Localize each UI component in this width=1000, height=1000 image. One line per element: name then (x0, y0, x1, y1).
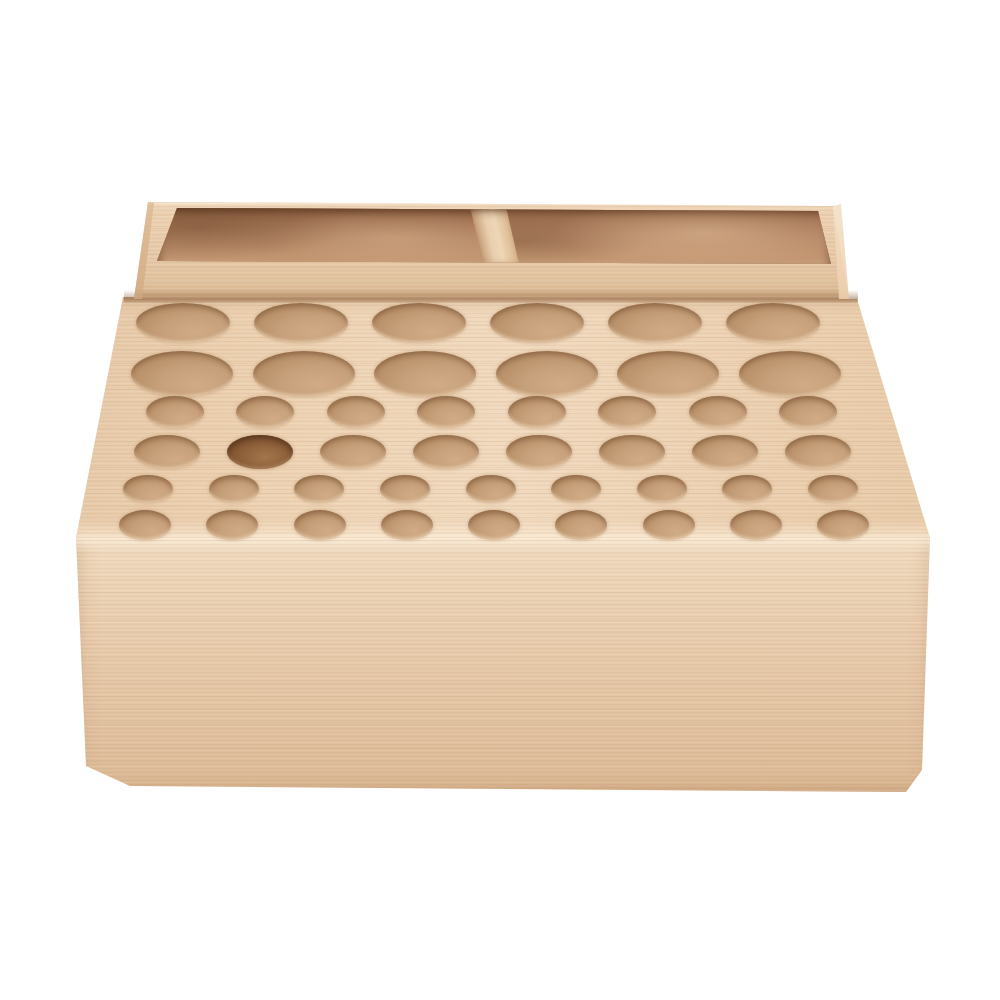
front-face (76, 538, 930, 793)
tray-interior (157, 207, 831, 264)
photo-canvas (0, 0, 1000, 1000)
tray-compartment-right (497, 207, 831, 264)
slope-face (76, 297, 930, 538)
tray-compartment-left (157, 207, 489, 264)
